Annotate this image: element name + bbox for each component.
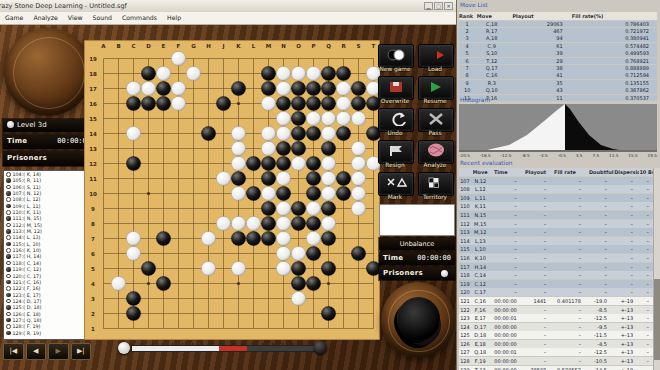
white-stone-icon <box>6 223 11 228</box>
white-stone <box>291 156 305 170</box>
black-stone-icon <box>6 229 11 234</box>
black-stone <box>141 66 155 80</box>
black-stone <box>261 171 275 185</box>
next-move-button[interactable]: ▶ <box>48 343 69 360</box>
white-stone <box>171 96 185 110</box>
black-stone <box>321 261 335 275</box>
level-bar: Level 3d <box>3 119 95 132</box>
white-stone <box>126 81 140 95</box>
candidate-row[interactable]: 6T,12290.768921 <box>459 58 657 65</box>
white-stone-icon <box>6 324 11 329</box>
white-stone-icon <box>6 235 11 240</box>
recent-eval-title: Recent evaluation <box>460 160 512 166</box>
svg-text:5: 5 <box>91 266 95 272</box>
svg-text:H: H <box>206 43 211 49</box>
black-stone-icon <box>6 280 11 285</box>
white-stone <box>171 51 185 65</box>
recent-eval-row[interactable]: 110K,11–––––– <box>459 202 653 210</box>
new-game-button[interactable] <box>378 44 414 68</box>
recent-eval-row[interactable]: 118C,14–––––– <box>459 271 653 279</box>
menu-item-analyze[interactable]: Analyze <box>33 12 57 24</box>
black-stone <box>321 66 335 80</box>
load-button[interactable] <box>418 44 454 68</box>
comment-box[interactable] <box>379 204 455 236</box>
analysis-panel: Move List RankMovePlayoutFill rate(%)1C,… <box>456 0 660 370</box>
white-stone <box>351 111 365 125</box>
black-stone <box>156 96 170 110</box>
black-stone <box>276 141 290 155</box>
black-stone <box>321 96 335 110</box>
white-stone <box>231 216 245 230</box>
white-stone <box>321 156 335 170</box>
black-stone <box>291 81 305 95</box>
white-stone-icon <box>6 172 11 177</box>
white-stone-icon <box>6 248 11 253</box>
svg-text:D: D <box>146 43 151 49</box>
histogram-axis-labels: -20.5-16.5-12.5-8.5-4.5-0.53.57.511.515.… <box>459 153 657 158</box>
svg-text:11: 11 <box>89 176 97 182</box>
black-stone <box>141 96 155 110</box>
level-label: Level 3d <box>17 121 47 129</box>
svg-text:N: N <box>281 43 286 49</box>
unbalance-button[interactable]: Unbalance <box>379 238 455 250</box>
candidate-row[interactable]: 1C,18290630.786403 <box>459 21 657 28</box>
svg-text:15: 15 <box>89 116 97 122</box>
white-stone <box>321 111 335 125</box>
white-stone <box>276 201 290 215</box>
black-stone-icon <box>6 191 11 196</box>
white-stone <box>321 216 335 230</box>
white-prisoners-bar: Prisoners 1 <box>3 151 95 166</box>
black-stone <box>156 276 170 290</box>
black-stone <box>336 126 350 140</box>
resign-label: Resign <box>377 162 413 168</box>
black-stone <box>246 231 260 245</box>
black-stone <box>126 156 140 170</box>
white-stone-icon <box>6 299 11 304</box>
recent-eval-row[interactable]: 121C,1600:00:0014410.401178-19.0+-19– <box>459 297 653 305</box>
white-stone <box>276 66 290 80</box>
mark-icon <box>385 175 407 194</box>
menu-bar: GameAnalyzeViewSoundCommandsHelp <box>0 12 456 25</box>
svg-text:13: 13 <box>89 146 97 152</box>
black-stone-icon <box>6 242 11 247</box>
title-bar: Crazy Stone Deep Learning - Untitled.sgf <box>0 0 456 12</box>
black-stone <box>366 261 380 275</box>
move-list-item[interactable]: 129:( R, 19) <box>4 331 86 337</box>
svg-text:10: 10 <box>89 191 97 197</box>
white-stone <box>141 81 155 95</box>
window-title: Crazy Stone Deep Learning - Untitled.sgf <box>0 0 127 12</box>
white-stone <box>321 126 335 140</box>
white-stone <box>276 111 290 125</box>
black-stone <box>261 231 275 245</box>
white-stone <box>186 66 200 80</box>
go-board[interactable]: A19B18C17D16E15F14G13H12J11K10L9M8N7O6P5… <box>84 40 380 340</box>
recent-eval-row[interactable]: 125D,1800:00:00––-11.5+-13– <box>459 331 653 339</box>
svg-text:3: 3 <box>91 296 95 302</box>
svg-text:K: K <box>236 43 241 49</box>
svg-text:G: G <box>191 43 196 49</box>
black-stone <box>306 171 320 185</box>
white-stone <box>351 186 365 200</box>
territory-button[interactable] <box>418 172 454 196</box>
black-stone <box>141 261 155 275</box>
white-stone <box>276 261 290 275</box>
black-stone <box>351 246 365 260</box>
black-stone <box>321 306 335 320</box>
black-stone <box>231 81 245 95</box>
white-stone <box>246 216 260 230</box>
candidate-row[interactable]: 8C,16410.712594 <box>459 72 657 79</box>
recent-eval-row[interactable]: 115L,10–––––– <box>459 245 653 253</box>
recent-evaluation-table: MoveTimePlayoutFill rateDoubtfulDispersi… <box>459 168 653 370</box>
svg-text:7: 7 <box>91 236 95 242</box>
black-time-label: Time <box>383 254 403 262</box>
black-stone <box>156 231 170 245</box>
white-stone <box>351 156 365 170</box>
black-stone <box>126 291 140 305</box>
white-stone <box>261 126 275 140</box>
recent-eval-row[interactable]: 127Q,1800:00:01––-12.5+-13– <box>459 348 653 356</box>
slider-white-knob[interactable] <box>118 342 130 354</box>
territory-label: Territory <box>417 194 453 200</box>
svg-text:2: 2 <box>91 311 95 317</box>
black-stone <box>261 216 275 230</box>
move-list[interactable]: 104:( K, 14)105:( R, 11)106:( S, 11)107:… <box>3 170 93 340</box>
svg-text:O: O <box>296 43 301 49</box>
black-stone <box>291 261 305 275</box>
candidate-table-header: RankMovePlayoutFill rate(%) <box>459 12 657 20</box>
white-stone <box>231 156 245 170</box>
black-stone <box>231 231 245 245</box>
svg-text:Q: Q <box>326 43 331 49</box>
white-stone <box>351 171 365 185</box>
recent-table-scroll-thumb[interactable] <box>654 279 660 360</box>
recent-table-header: MoveTimePlayoutFill rateDoubtfulDispersi… <box>459 168 653 176</box>
black-stone <box>126 96 140 110</box>
recent-eval-row[interactable]: 120C,17–––––– <box>459 288 653 296</box>
white-stone <box>216 171 230 185</box>
black-time-bar: Time 00:00:00 <box>379 252 455 265</box>
candidate-row[interactable]: 3A,18940.380941 <box>459 35 657 42</box>
svg-text:18: 18 <box>89 71 97 77</box>
score-histogram <box>459 104 657 152</box>
resume-icon <box>426 79 446 98</box>
analyze-icon <box>425 142 447 162</box>
black-stone <box>291 96 305 110</box>
recent-eval-row[interactable]: 113M,12–––––– <box>459 228 653 236</box>
analyze-button[interactable] <box>418 140 454 164</box>
resume-button[interactable] <box>418 76 454 100</box>
black-stone-icon <box>6 216 11 221</box>
svg-text:C: C <box>131 43 135 49</box>
recent-eval-row[interactable]: 108L,12–––––– <box>459 185 653 193</box>
recent-eval-row[interactable]: 116K,10–––––– <box>459 254 653 262</box>
black-stone <box>246 186 260 200</box>
svg-text:14: 14 <box>89 131 97 137</box>
recent-eval-row[interactable]: 117H,14–––––– <box>459 263 653 271</box>
recent-eval-row[interactable]: 122F,1600:00:00––-8.5+-13– <box>459 306 653 314</box>
white-stone <box>351 141 365 155</box>
recent-eval-row[interactable]: 119C,12–––––– <box>459 280 653 288</box>
white-stone <box>336 96 350 110</box>
black-stone <box>201 126 215 140</box>
new-game-label: New game <box>377 66 413 72</box>
white-stone <box>276 216 290 230</box>
mark-button[interactable] <box>378 172 414 196</box>
white-stone-bowl <box>4 28 92 116</box>
white-stone-icon <box>6 286 11 291</box>
svg-text:L: L <box>252 43 256 49</box>
white-stone <box>306 111 320 125</box>
black-stone-icon <box>6 254 11 259</box>
black-stone <box>276 96 290 110</box>
black-stone <box>306 186 320 200</box>
black-stone <box>291 141 305 155</box>
svg-text:P: P <box>311 43 315 49</box>
white-stone <box>336 111 350 125</box>
pass-label: Pass <box>417 130 453 136</box>
recent-eval-row[interactable]: 112M,15–––––– <box>459 220 653 228</box>
black-stone <box>321 231 335 245</box>
black-stone <box>306 276 320 290</box>
undo-button[interactable] <box>378 108 414 132</box>
white-stone <box>126 231 140 245</box>
black-stone <box>291 126 305 140</box>
black-stone-icon <box>6 178 11 183</box>
prev-move-button[interactable]: ◀ <box>26 343 47 360</box>
svg-text:J: J <box>221 43 224 50</box>
undo-label: Undo <box>377 130 413 136</box>
white-stone <box>351 201 365 215</box>
black-stone <box>351 96 365 110</box>
black-stone <box>306 126 320 140</box>
recent-eval-row[interactable]: 124D,1700:00:00––-9.5+-13– <box>459 323 653 331</box>
white-stone <box>291 66 305 80</box>
white-stone <box>171 81 185 95</box>
svg-text:A: A <box>101 43 106 49</box>
black-stone <box>291 201 305 215</box>
time-label: Time <box>7 137 27 145</box>
black-stone <box>336 171 350 185</box>
white-stone <box>231 141 245 155</box>
game-progress-slider[interactable] <box>118 341 333 355</box>
black-stone <box>306 246 320 260</box>
black-stone <box>216 96 230 110</box>
menu-item-view[interactable]: View <box>68 12 83 24</box>
white-stone-icon <box>6 261 11 266</box>
recent-eval-row[interactable]: 123E,1700:00:01––-12.5+-13– <box>459 314 653 322</box>
candidate-moves-table: RankMovePlayoutFill rate(%)1C,18290630.7… <box>459 12 657 102</box>
black-stone <box>276 186 290 200</box>
black-stone <box>246 156 260 170</box>
overwrite-label: Overwrite <box>377 98 413 104</box>
white-stone <box>156 66 170 80</box>
svg-text:6: 6 <box>91 251 95 257</box>
recent-eval-row[interactable]: 114L,13–––––– <box>459 237 653 245</box>
white-stone <box>321 186 335 200</box>
white-stone <box>276 246 290 260</box>
white-stone <box>276 126 290 140</box>
black-stone <box>336 186 350 200</box>
slider-track[interactable] <box>132 346 318 351</box>
black-stone-icon <box>6 204 11 209</box>
candidate-row[interactable]: 2R,174670.721972 <box>459 28 657 35</box>
white-stone-icon <box>6 312 11 317</box>
white-stone <box>261 96 275 110</box>
replay-nav: |◀◀▶▶| <box>3 343 91 360</box>
black-prisoners-bar: Prisoners <box>379 267 455 280</box>
restore-button[interactable]: □ <box>434 2 443 10</box>
white-stone <box>231 261 245 275</box>
menu-item-sound[interactable]: Sound <box>93 12 112 24</box>
recent-eval-row[interactable]: 107N,12–––––– <box>459 177 653 185</box>
black-stone <box>291 276 305 290</box>
recent-eval-row[interactable]: 111N,15–––––– <box>459 211 653 219</box>
pass-icon <box>426 111 446 130</box>
white-stone-icon <box>6 274 11 279</box>
black-stone <box>306 96 320 110</box>
black-stone-icon <box>6 293 11 298</box>
white-stone <box>231 126 245 140</box>
black-time-value: 00:00:00 <box>417 252 451 265</box>
black-stone <box>306 81 320 95</box>
black-stone-icon <box>6 331 11 336</box>
recent-eval-row[interactable]: 109L,11–––––– <box>459 194 653 202</box>
black-stone-bowl <box>381 282 455 358</box>
white-stone-icon <box>6 197 11 202</box>
black-stone <box>261 66 275 80</box>
candidate-row[interactable]: 7Q,17380.888889 <box>459 65 657 72</box>
black-stone <box>276 156 290 170</box>
white-stone <box>336 81 350 95</box>
candidate-row[interactable]: 5S,10390.499593 <box>459 50 657 57</box>
black-stone <box>261 201 275 215</box>
resign-button[interactable] <box>378 140 414 164</box>
svg-text:9: 9 <box>91 206 95 212</box>
white-stone <box>261 141 275 155</box>
candidate-row[interactable]: 4C,9610.574482 <box>459 43 657 50</box>
black-stone <box>291 111 305 125</box>
white-stone <box>261 186 275 200</box>
black-stone-icon <box>6 267 11 272</box>
first-move-button[interactable]: |◀ <box>3 343 24 360</box>
resume-label: Resume <box>417 98 453 104</box>
overwrite-icon <box>386 79 406 98</box>
black-stone <box>231 171 245 185</box>
black-stone-icon <box>6 305 11 310</box>
recent-table-scrollbar[interactable] <box>653 168 660 370</box>
white-stone <box>291 246 305 260</box>
white-stone <box>126 126 140 140</box>
black-stone <box>261 156 275 170</box>
white-stone <box>201 231 215 245</box>
svg-text:19: 19 <box>89 56 97 62</box>
white-stone-icon <box>6 210 11 215</box>
black-stone <box>156 81 170 95</box>
white-stone <box>276 231 290 245</box>
candidate-row[interactable]: 9R,3350.135155 <box>459 80 657 87</box>
white-stone <box>306 66 320 80</box>
recent-eval-row[interactable]: 128F,1900:00:00––-10.5+-13– <box>459 357 653 365</box>
black-stone <box>351 81 365 95</box>
white-stone <box>201 261 215 275</box>
recent-eval-row[interactable]: 126E,1800:00:00––-4.5+-13– <box>459 340 653 348</box>
minimize-button[interactable]: ▁ <box>424 2 433 10</box>
prisoners-label: Prisoners <box>7 154 47 162</box>
black-stone <box>321 141 335 155</box>
new-game-icon <box>386 47 406 66</box>
analyze-label: Analyze <box>417 162 453 168</box>
black-stone-icon <box>6 318 11 323</box>
load-label: Load <box>417 66 453 72</box>
candidate-row[interactable]: 10Q,10430.387862 <box>459 87 657 94</box>
white-stone <box>321 171 335 185</box>
svg-text:16: 16 <box>89 101 97 107</box>
mark-label: Mark <box>377 194 413 200</box>
white-stone-icon <box>6 185 11 190</box>
white-stone <box>231 186 245 200</box>
resign-icon <box>386 143 406 162</box>
black-stone <box>336 66 350 80</box>
white-stone <box>111 276 125 290</box>
last-move-button[interactable]: ▶| <box>71 343 92 360</box>
svg-text:E: E <box>162 43 166 49</box>
black-stone <box>306 156 320 170</box>
close-button[interactable]: ✕ <box>444 2 453 10</box>
move-list-panel-title: Move List <box>460 2 488 8</box>
white-stone <box>306 201 320 215</box>
menu-item-help[interactable]: Help <box>167 12 181 24</box>
white-stone <box>306 231 320 245</box>
svg-text:T: T <box>372 43 376 49</box>
svg-text:F: F <box>177 43 181 49</box>
svg-text:1: 1 <box>91 326 95 332</box>
black-stone <box>291 216 305 230</box>
svg-text:4: 4 <box>91 281 95 287</box>
black-stone <box>126 306 140 320</box>
menu-item-commands[interactable]: Commands <box>122 12 157 24</box>
recent-eval-row[interactable]: 129T,1300:00:00285020.520552-14.5+-19– <box>459 366 653 370</box>
unbalance-label: Unbalance <box>400 240 434 248</box>
territory-icon <box>426 175 446 194</box>
histogram-title: Histogram <box>460 97 490 103</box>
pass-button[interactable] <box>418 108 454 132</box>
white-stone <box>126 246 140 260</box>
overwrite-button[interactable] <box>378 76 414 100</box>
undo-icon <box>385 111 407 130</box>
svg-text:12: 12 <box>89 161 97 167</box>
menu-item-game[interactable]: Game <box>5 12 23 24</box>
white-time-bar: Time 00:00:02 <box>3 134 95 149</box>
white-stone <box>276 171 290 185</box>
svg-text:B: B <box>116 43 120 49</box>
svg-text:S: S <box>357 43 361 49</box>
white-captive-stone-icon <box>441 270 448 277</box>
white-stone <box>291 291 305 305</box>
white-stone-icon <box>7 121 14 128</box>
black-stone <box>261 81 275 95</box>
white-stone <box>276 81 290 95</box>
black-stone <box>306 216 320 230</box>
black-prisoners-label: Prisoners <box>383 269 423 277</box>
white-stone <box>216 216 230 230</box>
black-stone <box>321 81 335 95</box>
black-stone <box>321 201 335 215</box>
svg-text:17: 17 <box>89 86 97 92</box>
slider-black-knob[interactable] <box>314 341 327 354</box>
